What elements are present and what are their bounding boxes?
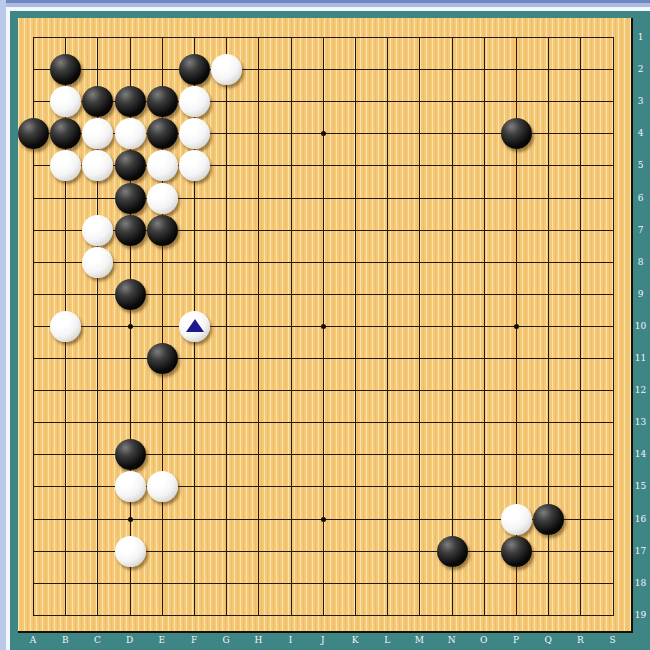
grid-line-vertical (484, 37, 485, 616)
grid-line-vertical (452, 37, 453, 616)
row-label-16: 16 (632, 514, 649, 525)
col-label-M: M (412, 634, 426, 646)
go-board[interactable] (18, 18, 633, 633)
star-point (321, 324, 326, 329)
col-label-A: A (26, 634, 40, 646)
black-stone-E11[interactable] (147, 343, 178, 374)
grid-line-vertical (387, 37, 388, 616)
white-stone-P16[interactable] (501, 504, 532, 535)
col-label-R: R (573, 634, 587, 646)
white-stone-E5[interactable] (147, 150, 178, 181)
col-label-F: F (187, 634, 201, 646)
black-stone-E7[interactable] (147, 215, 178, 246)
col-label-J: J (316, 634, 330, 646)
row-label-14: 14 (632, 449, 649, 460)
row-label-2: 2 (632, 64, 649, 75)
col-label-H: H (251, 634, 265, 646)
black-stone-P4[interactable] (501, 118, 532, 149)
col-label-D: D (123, 634, 137, 646)
white-stone-B3[interactable] (50, 86, 81, 117)
row-label-15: 15 (632, 481, 649, 492)
black-stone-A4[interactable] (18, 118, 49, 149)
white-stone-F4[interactable] (179, 118, 210, 149)
white-stone-D15[interactable] (115, 471, 146, 502)
row-label-19: 19 (632, 610, 649, 621)
black-stone-B2[interactable] (50, 54, 81, 85)
row-label-5: 5 (632, 160, 649, 171)
col-label-I: I (284, 634, 298, 646)
col-label-G: G (219, 634, 233, 646)
black-stone-C3[interactable] (82, 86, 113, 117)
black-stone-F2[interactable] (179, 54, 210, 85)
grid-line-vertical (419, 37, 420, 616)
col-label-B: B (58, 634, 72, 646)
col-label-P: P (509, 634, 523, 646)
white-stone-C5[interactable] (82, 150, 113, 181)
black-stone-E3[interactable] (147, 86, 178, 117)
col-label-Q: Q (541, 634, 555, 646)
row-label-1: 1 (632, 32, 649, 43)
col-label-C: C (90, 634, 104, 646)
star-point (514, 324, 519, 329)
white-stone-E15[interactable] (147, 471, 178, 502)
white-stone-C7[interactable] (82, 215, 113, 246)
row-label-12: 12 (632, 385, 649, 396)
white-stone-C8[interactable] (82, 247, 113, 278)
row-label-4: 4 (632, 128, 649, 139)
white-stone-C4[interactable] (82, 118, 113, 149)
row-label-7: 7 (632, 225, 649, 236)
row-label-3: 3 (632, 96, 649, 107)
black-stone-B4[interactable] (50, 118, 81, 149)
grid-line-vertical (355, 37, 356, 616)
grid-line-horizontal (33, 422, 614, 423)
black-stone-P17[interactable] (501, 536, 532, 567)
grid-line-horizontal (33, 358, 614, 359)
col-label-S: S (606, 634, 620, 646)
window-frame-top-highlight (0, 7, 650, 11)
white-stone-B10[interactable] (50, 311, 81, 342)
col-label-E: E (155, 634, 169, 646)
black-stone-E4[interactable] (147, 118, 178, 149)
star-point (128, 324, 133, 329)
black-stone-D7[interactable] (115, 215, 146, 246)
col-label-O: O (477, 634, 491, 646)
row-label-10: 10 (632, 321, 649, 332)
row-label-17: 17 (632, 546, 649, 557)
star-point (128, 517, 133, 522)
white-stone-G2[interactable] (211, 54, 242, 85)
col-label-K: K (348, 634, 362, 646)
white-stone-B5[interactable] (50, 150, 81, 181)
row-label-8: 8 (632, 257, 649, 268)
star-point (321, 517, 326, 522)
grid-line-vertical (613, 37, 614, 616)
row-label-6: 6 (632, 193, 649, 204)
black-stone-D9[interactable] (115, 279, 146, 310)
white-stone-D17[interactable] (115, 536, 146, 567)
black-stone-D3[interactable] (115, 86, 146, 117)
col-label-L: L (380, 634, 394, 646)
black-stone-D14[interactable] (115, 439, 146, 470)
row-label-13: 13 (632, 417, 649, 428)
row-label-9: 9 (632, 289, 649, 300)
row-label-18: 18 (632, 578, 649, 589)
white-stone-D4[interactable] (115, 118, 146, 149)
white-stone-F3[interactable] (179, 86, 210, 117)
last-move-triangle-marker (186, 319, 204, 332)
grid-line-horizontal (33, 390, 614, 391)
grid-line-horizontal (33, 615, 614, 616)
white-stone-E6[interactable] (147, 183, 178, 214)
grid-line-vertical (580, 37, 581, 616)
row-label-11: 11 (632, 353, 649, 364)
col-label-N: N (445, 634, 459, 646)
go-app-window: ABCDEFGHIJKLMNOPQRS123456789101112131415… (0, 0, 650, 650)
black-stone-D6[interactable] (115, 183, 146, 214)
black-stone-D5[interactable] (115, 150, 146, 181)
star-point (321, 131, 326, 136)
window-frame-left-highlight (6, 7, 10, 650)
black-stone-Q16[interactable] (533, 504, 564, 535)
grid-line-horizontal (33, 583, 614, 584)
white-stone-F5[interactable] (179, 150, 210, 181)
black-stone-N17[interactable] (437, 536, 468, 567)
